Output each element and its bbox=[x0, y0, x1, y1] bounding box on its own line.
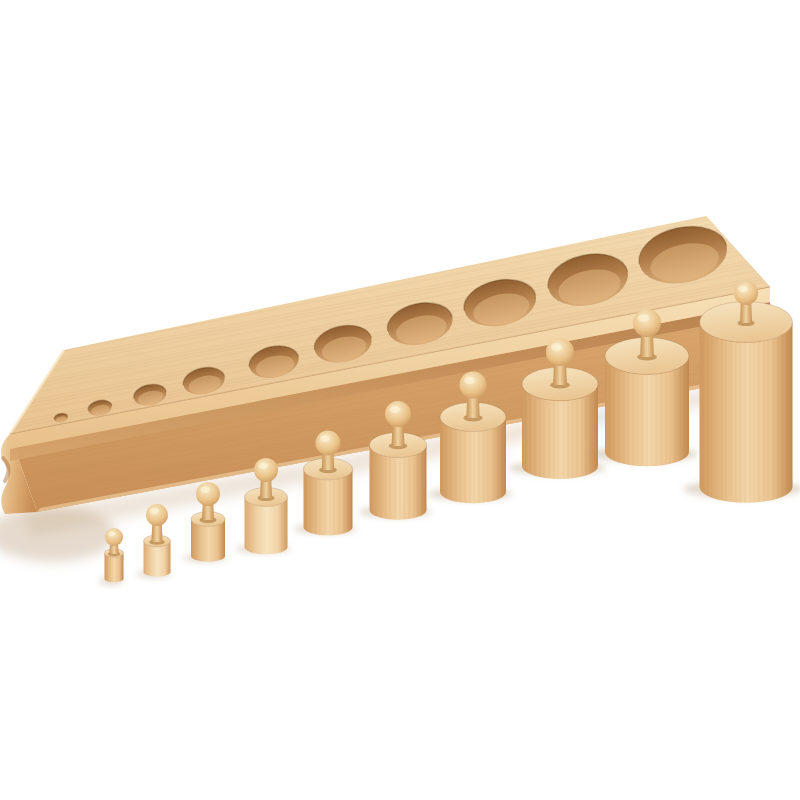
cylinder-7-knob-highlight bbox=[464, 376, 475, 384]
cylinder-4-knob-highlight bbox=[258, 462, 268, 469]
cylinder-2 bbox=[137, 504, 172, 578]
cylinder-6-knob-highlight bbox=[390, 406, 400, 413]
cylinder-9-knob-ball bbox=[633, 309, 661, 337]
cylinder-1-knob-highlight bbox=[108, 531, 115, 536]
cylinder-9-knob-highlight bbox=[638, 314, 649, 322]
cylinder-3-knob-ball bbox=[196, 482, 220, 506]
cylinder-3-knob-highlight bbox=[200, 486, 210, 493]
cylinder-5-knob-highlight bbox=[320, 435, 330, 442]
cylinder-10-grain bbox=[700, 322, 793, 503]
cylinder-8-knob-ball bbox=[546, 338, 574, 366]
cylinder-4-knob-ball bbox=[254, 458, 278, 482]
cylinder-10-knob-highlight bbox=[738, 285, 748, 292]
cylinder-5-knob-ball bbox=[316, 431, 341, 456]
block-left-end-cove-shading bbox=[3, 458, 9, 481]
product-photo bbox=[0, 0, 800, 800]
cylinder-2-knob-highlight bbox=[150, 508, 159, 514]
cylinder-6-knob-ball bbox=[385, 401, 411, 427]
cylinder-2-knob-ball bbox=[146, 504, 168, 526]
montessori-cylinder-block-photo bbox=[0, 0, 800, 800]
cylinder-10-knob-ball bbox=[734, 281, 758, 305]
cylinder-7-knob-ball bbox=[460, 372, 487, 399]
cylinder-1-knob-ball bbox=[105, 528, 123, 546]
cylinder-8-knob-highlight bbox=[551, 343, 562, 351]
